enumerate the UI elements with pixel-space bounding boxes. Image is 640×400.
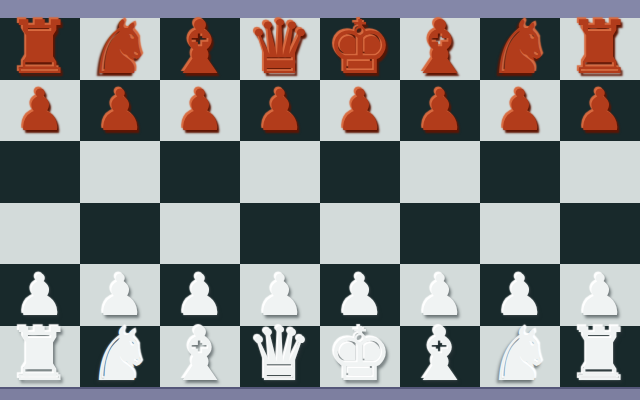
- red-king[interactable]: ♚: [327, 10, 393, 84]
- square-d-row4[interactable]: [240, 203, 320, 265]
- square-g-row3[interactable]: [480, 141, 560, 203]
- red-pawn[interactable]: ♟: [94, 82, 145, 139]
- red-queen[interactable]: ♛: [247, 10, 313, 84]
- square-a-row2[interactable]: ♟: [0, 80, 80, 142]
- square-f-row6[interactable]: ♝: [400, 326, 480, 388]
- square-c-row4[interactable]: [160, 203, 240, 265]
- square-g-row2[interactable]: ♟: [480, 80, 560, 142]
- red-bishop[interactable]: ♝: [407, 10, 473, 84]
- square-a-row3[interactable]: [0, 141, 80, 203]
- square-e-row2[interactable]: ♟: [320, 80, 400, 142]
- square-c-row3[interactable]: [160, 141, 240, 203]
- square-e-row3[interactable]: [320, 141, 400, 203]
- red-rook[interactable]: ♜: [7, 10, 73, 84]
- white-knight[interactable]: ♞: [87, 317, 153, 391]
- square-e-row6[interactable]: ♚: [320, 326, 400, 388]
- chess-app-window: ♜♞♝♛♚♝♞♜♟♟♟♟♟♟♟♟♟♟♟♟♟♟♟♟♜♞♝♛♚♝♞♜: [0, 0, 640, 400]
- square-a-row1[interactable]: ♜: [0, 18, 80, 80]
- square-g-row1[interactable]: ♞: [480, 18, 560, 80]
- square-b-row1[interactable]: ♞: [80, 18, 160, 80]
- square-f-row3[interactable]: [400, 141, 480, 203]
- square-a-row6[interactable]: ♜: [0, 326, 80, 388]
- square-f-row4[interactable]: [400, 203, 480, 265]
- red-pawn[interactable]: ♟: [574, 82, 625, 139]
- white-rook[interactable]: ♜: [567, 317, 633, 391]
- square-b-row2[interactable]: ♟: [80, 80, 160, 142]
- square-g-row4[interactable]: [480, 203, 560, 265]
- white-bishop[interactable]: ♝: [167, 317, 233, 391]
- square-d-row1[interactable]: ♛: [240, 18, 320, 80]
- red-knight[interactable]: ♞: [487, 10, 553, 84]
- red-rook[interactable]: ♜: [567, 10, 633, 84]
- square-h-row4[interactable]: [560, 203, 640, 265]
- square-b-row6[interactable]: ♞: [80, 326, 160, 388]
- square-h-row2[interactable]: ♟: [560, 80, 640, 142]
- red-knight[interactable]: ♞: [87, 10, 153, 84]
- square-h-row1[interactable]: ♜: [560, 18, 640, 80]
- red-pawn[interactable]: ♟: [414, 82, 465, 139]
- square-f-row1[interactable]: ♝: [400, 18, 480, 80]
- square-d-row2[interactable]: ♟: [240, 80, 320, 142]
- square-c-row2[interactable]: ♟: [160, 80, 240, 142]
- red-pawn[interactable]: ♟: [494, 82, 545, 139]
- square-h-row6[interactable]: ♜: [560, 326, 640, 388]
- square-b-row4[interactable]: [80, 203, 160, 265]
- white-queen[interactable]: ♛: [247, 317, 313, 391]
- square-e-row1[interactable]: ♚: [320, 18, 400, 80]
- square-a-row4[interactable]: [0, 203, 80, 265]
- white-king[interactable]: ♚: [327, 317, 393, 391]
- chess-board: ♜♞♝♛♚♝♞♜♟♟♟♟♟♟♟♟♟♟♟♟♟♟♟♟♜♞♝♛♚♝♞♜: [0, 18, 640, 387]
- white-rook[interactable]: ♜: [7, 317, 73, 391]
- red-pawn[interactable]: ♟: [334, 82, 385, 139]
- square-b-row3[interactable]: [80, 141, 160, 203]
- square-f-row2[interactable]: ♟: [400, 80, 480, 142]
- square-c-row1[interactable]: ♝: [160, 18, 240, 80]
- red-pawn[interactable]: ♟: [14, 82, 65, 139]
- red-pawn[interactable]: ♟: [254, 82, 305, 139]
- white-knight[interactable]: ♞: [487, 317, 553, 391]
- square-g-row6[interactable]: ♞: [480, 326, 560, 388]
- square-c-row6[interactable]: ♝: [160, 326, 240, 388]
- red-bishop[interactable]: ♝: [167, 10, 233, 84]
- red-pawn[interactable]: ♟: [174, 82, 225, 139]
- square-d-row3[interactable]: [240, 141, 320, 203]
- square-d-row6[interactable]: ♛: [240, 326, 320, 388]
- square-e-row4[interactable]: [320, 203, 400, 265]
- white-bishop[interactable]: ♝: [407, 317, 473, 391]
- square-h-row3[interactable]: [560, 141, 640, 203]
